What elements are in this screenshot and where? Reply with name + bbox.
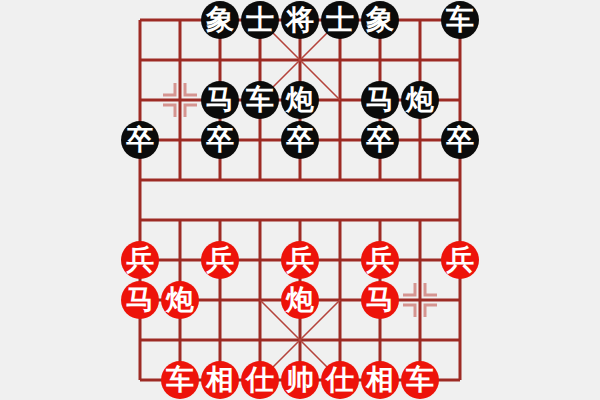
piece-black-advisor[interactable]: 士 — [241, 1, 279, 39]
piece-red-horse[interactable]: 马 — [121, 281, 159, 319]
piece-black-advisor[interactable]: 士 — [321, 1, 359, 39]
piece-red-king[interactable]: 帅 — [281, 361, 319, 399]
piece-red-cannon[interactable]: 炮 — [281, 281, 319, 319]
piece-red-pawn[interactable]: 兵 — [121, 241, 159, 279]
piece-black-horse[interactable]: 马 — [201, 81, 239, 119]
piece-black-king[interactable]: 将 — [281, 1, 319, 39]
piece-black-pawn[interactable]: 卒 — [281, 121, 319, 159]
piece-red-elephant[interactable]: 相 — [201, 361, 239, 399]
piece-black-cannon[interactable]: 炮 — [401, 81, 439, 119]
piece-red-elephant[interactable]: 相 — [361, 361, 399, 399]
piece-black-pawn[interactable]: 卒 — [361, 121, 399, 159]
piece-red-advisor[interactable]: 仕 — [241, 361, 279, 399]
piece-black-cannon[interactable]: 炮 — [281, 81, 319, 119]
piece-black-elephant[interactable]: 象 — [361, 1, 399, 39]
piece-red-chariot[interactable]: 车 — [161, 361, 199, 399]
piece-red-chariot[interactable]: 车 — [401, 361, 439, 399]
piece-black-chariot[interactable]: 车 — [441, 1, 479, 39]
piece-red-horse[interactable]: 马 — [361, 281, 399, 319]
piece-black-pawn[interactable]: 卒 — [441, 121, 479, 159]
piece-red-pawn[interactable]: 兵 — [361, 241, 399, 279]
piece-red-pawn[interactable]: 兵 — [441, 241, 479, 279]
piece-red-pawn[interactable]: 兵 — [281, 241, 319, 279]
piece-black-pawn[interactable]: 卒 — [201, 121, 239, 159]
piece-black-chariot[interactable]: 车 — [241, 81, 279, 119]
piece-red-cannon[interactable]: 炮 — [161, 281, 199, 319]
piece-red-advisor[interactable]: 仕 — [321, 361, 359, 399]
piece-red-pawn[interactable]: 兵 — [201, 241, 239, 279]
piece-black-elephant[interactable]: 象 — [201, 1, 239, 39]
piece-black-pawn[interactable]: 卒 — [121, 121, 159, 159]
xiangqi-board[interactable]: 象士将士象车马车炮马炮卒卒卒卒卒兵兵兵兵兵马炮炮马车相仕帅仕相车 — [0, 0, 600, 400]
piece-black-horse[interactable]: 马 — [361, 81, 399, 119]
piece-layer: 象士将士象车马车炮马炮卒卒卒卒卒兵兵兵兵兵马炮炮马车相仕帅仕相车 — [0, 0, 600, 400]
xiangqi-app: 象士将士象车马车炮马炮卒卒卒卒卒兵兵兵兵兵马炮炮马车相仕帅仕相车 — [0, 0, 600, 400]
